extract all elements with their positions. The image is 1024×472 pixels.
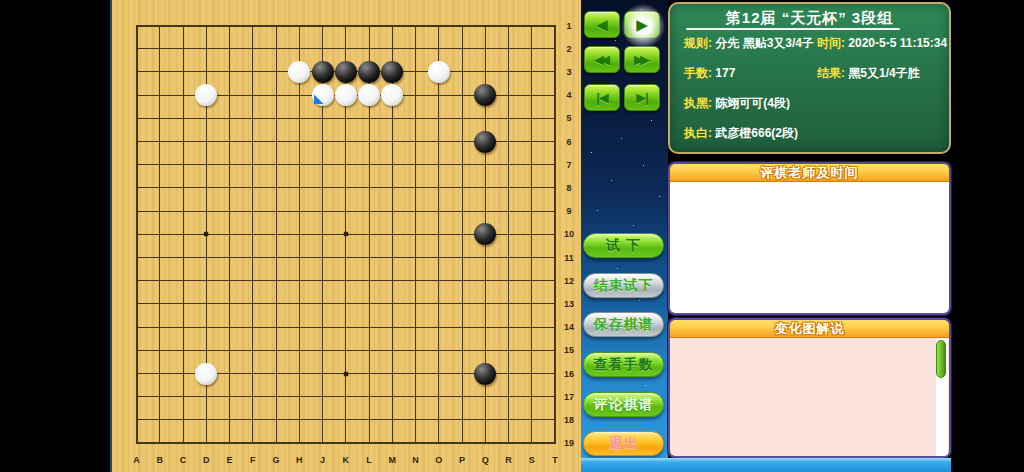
rule-field: 规则: 分先 黑贴3又3/4子: [684, 35, 814, 52]
grid-line-vertical: [415, 25, 416, 445]
last-move-button[interactable]: ▶|: [624, 84, 660, 111]
black-player-value: 陈翊可可(4段): [715, 96, 790, 110]
grid-line-horizontal: [136, 257, 557, 258]
end-try-button[interactable]: 结束试下: [583, 273, 664, 298]
grid-line-horizontal: [136, 396, 557, 397]
row-label: 14: [560, 322, 578, 332]
rule-label: 规则:: [684, 36, 715, 50]
row-label: 6: [560, 137, 578, 147]
white-stone: [358, 84, 380, 106]
row-label: 8: [560, 183, 578, 193]
white-stone: [312, 84, 334, 106]
star-point: [343, 371, 348, 376]
row-label: 11: [560, 253, 578, 263]
grid-line-vertical: [508, 25, 509, 445]
review-comments-body[interactable]: [670, 182, 949, 314]
exit-button[interactable]: 退出: [583, 431, 664, 456]
review-comments-header: 评棋老师及时间: [670, 164, 949, 182]
variation-commentary-panel: 变化图解说: [668, 318, 951, 458]
result-label: 结果:: [817, 66, 848, 80]
rule-value: 分先 黑贴3又3/4子: [715, 36, 814, 50]
moves-label: 手数:: [684, 66, 715, 80]
white-stone: [288, 61, 310, 83]
column-label: S: [524, 455, 540, 465]
game-info-panel: 第12届 “天元杯” 3段组 规则: 分先 黑贴3又3/4子时间: 2020-5…: [668, 2, 951, 154]
black-stone: [474, 363, 496, 385]
fast-forward-button[interactable]: ▶▶: [624, 46, 660, 73]
row-label: 7: [560, 160, 578, 170]
skip-to-start-icon: |◀: [596, 90, 608, 105]
app-screen: ABCDEFGHJKLMNOPQRST123456789101112131415…: [0, 0, 1024, 472]
save-record-button[interactable]: 保存棋谱: [583, 312, 664, 337]
column-label: D: [198, 455, 214, 465]
grid-line-horizontal: [136, 280, 557, 281]
row-label: 2: [560, 44, 578, 54]
control-strip: ◀▶◀◀▶▶|◀▶| 试 下结束试下保存棋谱查看手数评论棋谱退出: [581, 0, 668, 458]
row-label: 19: [560, 438, 578, 448]
grid-line-horizontal: [136, 350, 557, 351]
white-player-label: 执白:: [684, 126, 715, 140]
black-stone: [474, 223, 496, 245]
column-label: N: [408, 455, 424, 465]
play-icon: ▶: [636, 16, 648, 34]
review-comments-panel: 评棋老师及时间: [668, 162, 951, 315]
grid-line-vertical: [531, 25, 532, 445]
grid-line-horizontal: [136, 327, 557, 328]
white-stone: [335, 84, 357, 106]
grid-line-vertical: [554, 25, 556, 445]
column-label: F: [245, 455, 261, 465]
black-stone: [474, 84, 496, 106]
column-label: H: [291, 455, 307, 465]
row-label: 4: [560, 90, 578, 100]
row-label: 12: [560, 276, 578, 286]
result-value: 黑5又1/4子胜: [848, 66, 919, 80]
row-label: 9: [560, 206, 578, 216]
moves-field: 手数: 177: [684, 65, 735, 82]
result-field: 结果: 黑5又1/4子胜: [817, 65, 920, 82]
try-move-button[interactable]: 试 下: [583, 233, 664, 258]
column-label: B: [152, 455, 168, 465]
scrollbar-track[interactable]: [936, 338, 948, 457]
column-label: J: [315, 455, 331, 465]
first-move-button[interactable]: |◀: [584, 84, 620, 111]
prev-move-button[interactable]: ◀: [584, 11, 620, 38]
time-field: 时间: 2020-5-5 11:15:34: [817, 35, 947, 52]
grid-line-horizontal: [136, 442, 557, 444]
scrollbar-thumb[interactable]: [936, 340, 946, 378]
time-value: 2020-5-5 11:15:34: [848, 36, 947, 50]
variation-commentary-title: 变化图解说: [775, 320, 845, 338]
column-label: L: [361, 455, 377, 465]
column-label: P: [454, 455, 470, 465]
skip-to-end-icon: ▶|: [636, 90, 648, 105]
row-label: 18: [560, 415, 578, 425]
black-stone: [474, 131, 496, 153]
title-underline: [686, 28, 900, 30]
white-stone: [381, 84, 403, 106]
column-label: M: [384, 455, 400, 465]
black-player-label: 执黑:: [684, 96, 715, 110]
left-arrow-icon: ◀: [596, 16, 608, 34]
play-button[interactable]: ▶: [624, 11, 660, 38]
game-title: 第12届 “天元杯” 3段组: [670, 9, 949, 28]
variation-commentary-header: 变化图解说: [670, 320, 949, 338]
grid-line-vertical: [438, 25, 439, 445]
grid-line-vertical: [462, 25, 463, 445]
review-comments-title: 评棋老师及时间: [761, 164, 859, 182]
black-stone: [381, 61, 403, 83]
row-label: 15: [560, 345, 578, 355]
column-label: Q: [477, 455, 493, 465]
black-player-field: 执黑: 陈翊可可(4段): [684, 95, 790, 112]
column-label: K: [338, 455, 354, 465]
column-label: G: [268, 455, 284, 465]
row-label: 16: [560, 369, 578, 379]
go-board[interactable]: ABCDEFGHJKLMNOPQRST123456789101112131415…: [110, 0, 581, 472]
column-label: R: [501, 455, 517, 465]
column-label: T: [547, 455, 563, 465]
right-column: 第12届 “天元杯” 3段组 规则: 分先 黑贴3又3/4子时间: 2020-5…: [668, 0, 951, 472]
column-label: A: [129, 455, 145, 465]
row-label: 13: [560, 299, 578, 309]
double-right-arrow-icon: ▶▶: [634, 52, 650, 67]
column-label: C: [175, 455, 191, 465]
white-stone: [195, 363, 217, 385]
view-moves-button[interactable]: 查看手数: [583, 352, 664, 377]
black-stone: [335, 61, 357, 83]
row-label: 17: [560, 392, 578, 402]
white-player-value: 武彦橙666(2段): [715, 126, 798, 140]
white-stone: [428, 61, 450, 83]
grid-line-horizontal: [136, 303, 557, 304]
starry-background: [581, 0, 582, 1]
row-label: 1: [560, 21, 578, 31]
grid-line-horizontal: [136, 419, 557, 420]
moves-value: 177: [715, 66, 735, 80]
bottom-blue-strip: [581, 458, 951, 472]
row-label: 10: [560, 229, 578, 239]
last-move-marker-icon: [314, 94, 324, 104]
white-player-field: 执白: 武彦橙666(2段): [684, 125, 798, 142]
white-stone: [195, 84, 217, 106]
column-label: O: [431, 455, 447, 465]
time-label: 时间:: [817, 36, 848, 50]
star-point: [343, 232, 348, 237]
star-point: [204, 232, 209, 237]
double-left-arrow-icon: ◀◀: [594, 52, 610, 67]
fast-backward-button[interactable]: ◀◀: [584, 46, 620, 73]
black-stone: [312, 61, 334, 83]
black-stone: [358, 61, 380, 83]
row-label: 5: [560, 113, 578, 123]
variation-commentary-body[interactable]: [670, 338, 949, 457]
column-label: E: [222, 455, 238, 465]
comment-record-button[interactable]: 评论棋谱: [583, 392, 664, 417]
row-label: 3: [560, 67, 578, 77]
